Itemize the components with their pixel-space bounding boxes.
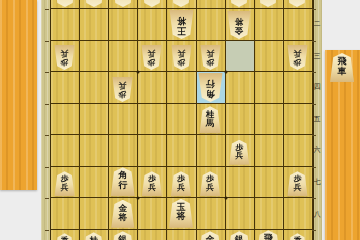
square-3-4[interactable] xyxy=(226,72,255,104)
square-6-8[interactable] xyxy=(138,198,167,230)
square-6-9[interactable] xyxy=(138,230,167,240)
square-3-7[interactable] xyxy=(226,167,255,199)
grid-tick xyxy=(312,167,316,168)
square-1-2[interactable] xyxy=(284,9,313,41)
square-8-5[interactable] xyxy=(80,104,109,136)
grid-tick xyxy=(312,104,316,105)
grid-tick xyxy=(312,135,316,136)
rank-label-3: 三 xyxy=(312,53,322,60)
square-9-4[interactable] xyxy=(51,72,80,104)
rank-label-4: 四 xyxy=(312,84,322,91)
board-edge-left xyxy=(41,0,50,240)
grid-tick xyxy=(45,72,49,73)
square-8-4[interactable] xyxy=(80,72,109,104)
square-2-6[interactable] xyxy=(255,135,284,167)
square-6-2[interactable] xyxy=(138,9,167,41)
square-2-2[interactable] xyxy=(255,9,284,41)
square-4-2[interactable] xyxy=(197,9,226,41)
grid-tick xyxy=(45,230,49,231)
gote-hand-tray[interactable] xyxy=(0,0,37,190)
square-8-2[interactable] xyxy=(80,9,109,41)
piece-king-58[interactable]: 玉将 xyxy=(169,199,194,228)
square-2-3[interactable] xyxy=(255,41,284,73)
grid-tick xyxy=(312,41,316,42)
square-7-2[interactable] xyxy=(109,9,138,41)
rank-label-7: 七 xyxy=(312,179,322,186)
star-point xyxy=(137,71,140,74)
square-4-1[interactable] xyxy=(197,0,226,9)
square-1-4[interactable] xyxy=(284,72,313,104)
square-3-5[interactable] xyxy=(226,104,255,136)
square-1-5[interactable] xyxy=(284,104,313,136)
square-6-4[interactable] xyxy=(138,72,167,104)
rank-label-6: 六 xyxy=(312,147,322,154)
grid-tick xyxy=(312,198,316,199)
grid-tick xyxy=(312,9,316,10)
square-3-3[interactable] xyxy=(226,41,255,73)
piece-knight-45[interactable]: 桂馬 xyxy=(199,106,221,133)
square-9-6[interactable] xyxy=(51,135,80,167)
grid-tick xyxy=(45,41,49,42)
grid-tick xyxy=(45,104,49,105)
grid-tick xyxy=(312,230,316,231)
square-8-6[interactable] xyxy=(80,135,109,167)
star-point xyxy=(137,197,140,200)
grid-tick xyxy=(45,135,49,136)
square-1-8[interactable] xyxy=(284,198,313,230)
grid-tick xyxy=(45,167,49,168)
square-2-4[interactable] xyxy=(255,72,284,104)
square-4-6[interactable] xyxy=(197,135,226,167)
shogi-app-stage: 二三四五六七八王将金将歩兵歩兵歩兵歩兵歩兵歩兵角行桂馬歩兵歩兵角行歩兵歩兵歩兵歩… xyxy=(0,0,360,240)
square-3-8[interactable] xyxy=(226,198,255,230)
piece-pawn-97[interactable]: 歩兵 xyxy=(54,171,75,196)
square-5-5[interactable] xyxy=(167,104,196,136)
rank-label-8: 八 xyxy=(312,211,322,218)
grid-tick xyxy=(45,198,49,199)
square-6-5[interactable] xyxy=(138,104,167,136)
square-2-7[interactable] xyxy=(255,167,284,199)
square-4-8[interactable] xyxy=(197,198,226,230)
square-7-6[interactable] xyxy=(109,135,138,167)
square-9-2[interactable] xyxy=(51,9,80,41)
star-point xyxy=(224,71,227,74)
square-7-5[interactable] xyxy=(109,104,138,136)
grid-tick xyxy=(312,72,316,73)
rank-label-5: 五 xyxy=(312,116,322,123)
star-point xyxy=(224,197,227,200)
grid-tick xyxy=(45,9,49,10)
square-9-8[interactable] xyxy=(51,198,80,230)
square-5-9[interactable] xyxy=(167,230,196,240)
square-8-3[interactable] xyxy=(80,41,109,73)
square-6-6[interactable] xyxy=(138,135,167,167)
square-8-7[interactable] xyxy=(80,167,109,199)
square-1-6[interactable] xyxy=(284,135,313,167)
square-2-5[interactable] xyxy=(255,104,284,136)
square-5-4[interactable] xyxy=(167,72,196,104)
square-5-6[interactable] xyxy=(167,135,196,167)
square-9-5[interactable] xyxy=(51,104,80,136)
piece-bishop-77[interactable]: 角行 xyxy=(110,167,135,196)
square-7-3[interactable] xyxy=(109,41,138,73)
rank-label-2: 二 xyxy=(312,21,322,28)
square-2-8[interactable] xyxy=(255,198,284,230)
square-8-8[interactable] xyxy=(80,198,109,230)
